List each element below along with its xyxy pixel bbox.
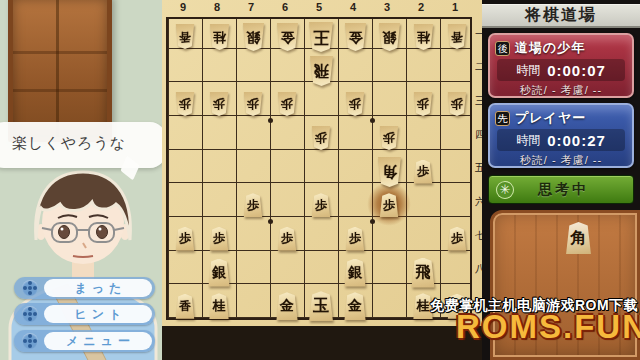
shogi-piece-gote-角[interactable]: 角: [377, 157, 402, 187]
shogi-piece-sente-歩[interactable]: 歩: [447, 227, 467, 251]
shogi-piece-gote-香[interactable]: 香: [447, 24, 467, 49]
gote-clock: 時間 0:00:07: [497, 59, 625, 81]
wooden-door-decoration: [8, 0, 112, 142]
avatar-glasses: [89, 223, 114, 242]
gote-time-value: 0:00:07: [547, 62, 606, 79]
shogi-piece-sente-金[interactable]: 金: [344, 292, 367, 320]
shogi-piece-gote-歩[interactable]: 歩: [413, 92, 433, 116]
spinner-icon: ✳: [496, 181, 514, 199]
speech-bubble: 楽しくやろうな: [0, 122, 162, 168]
sente-byoyomi: 秒読/ - 考慮/ --: [495, 152, 627, 168]
shogi-piece-gote-金[interactable]: 金: [276, 23, 299, 51]
shogi-piece-sente-歩[interactable]: 歩: [345, 227, 365, 251]
shogi-piece-gote-飛[interactable]: 飛: [309, 56, 334, 86]
sente-name: プレイヤー: [515, 109, 586, 127]
shogi-piece-sente-金[interactable]: 金: [276, 292, 299, 320]
file-label: 3: [370, 1, 404, 16]
sente-badge: 先: [495, 111, 510, 126]
sente-clock: 時間 0:00:27: [497, 129, 625, 151]
shogi-piece-gote-銀[interactable]: 銀: [242, 23, 265, 51]
app-title: 将棋道場: [525, 5, 597, 26]
gote-byoyomi: 秒読/ - 考慮/ --: [495, 82, 627, 98]
star-point: [370, 118, 375, 123]
shogi-piece-sente-銀[interactable]: 銀: [344, 259, 367, 287]
shogi-piece-sente-香[interactable]: 香: [175, 294, 195, 319]
gote-badge: 後: [495, 41, 510, 56]
avatar-glasses: [52, 223, 77, 242]
hint-button-label: ヒント: [70, 306, 127, 323]
app-title-bar: 将棋道場: [482, 4, 640, 28]
file-label: 2: [404, 1, 438, 16]
shogi-piece-sente-歩[interactable]: 歩: [277, 227, 297, 251]
speech-bubble-text: 楽しくやろうな: [12, 134, 126, 153]
file-label: 6: [268, 1, 302, 16]
shogi-board[interactable]: 香桂銀金王金銀桂香飛歩歩歩歩歩歩歩歩歩角歩歩歩歩歩歩歩歩歩銀銀飛香桂金玉金桂香: [166, 17, 472, 320]
shogi-piece-gote-歩[interactable]: 歩: [243, 92, 263, 116]
shogi-piece-sente-歩[interactable]: 歩: [243, 193, 263, 217]
star-point: [268, 219, 273, 224]
shogi-piece-sente-飛[interactable]: 飛: [411, 258, 436, 288]
dpad-icon: [22, 333, 38, 349]
shogi-piece-sente-桂[interactable]: 桂: [209, 293, 230, 319]
shogi-game-screen: 楽しくやろうな まった ヒント メニュー 987654321 一二三四五六七八九…: [0, 0, 640, 360]
dpad-icon: [22, 280, 38, 296]
shogi-piece-sente-玉[interactable]: 玉: [308, 291, 334, 321]
thinking-status-bar: ✳ 思考中: [488, 175, 634, 204]
sente-time-value: 0:00:27: [547, 132, 606, 149]
shogi-piece-gote-銀[interactable]: 銀: [378, 23, 401, 51]
shogi-piece-gote-歩[interactable]: 歩: [379, 126, 399, 150]
thinking-status-label: 思考中: [514, 181, 613, 199]
shogi-piece-gote-歩[interactable]: 歩: [175, 92, 195, 116]
dpad-icon: [22, 306, 38, 322]
table-edge: [162, 326, 482, 360]
menu-button-label: メニュー: [61, 333, 135, 350]
sente-time-label: 時間: [516, 132, 540, 149]
shogi-piece-gote-王[interactable]: 王: [308, 22, 334, 52]
gote-player-panel: 後 道場の少年 時間 0:00:07 秒読/ - 考慮/ --: [488, 33, 634, 98]
shogi-piece-gote-金[interactable]: 金: [344, 23, 367, 51]
file-label: 4: [336, 1, 370, 16]
shogi-piece-sente-銀[interactable]: 銀: [208, 259, 231, 287]
shogi-piece-gote-歩[interactable]: 歩: [311, 126, 331, 150]
shogi-piece-sente-歩[interactable]: 歩: [311, 193, 331, 217]
gote-name: 道場の少年: [515, 39, 585, 57]
file-labels: 987654321: [166, 1, 472, 16]
shogi-piece-gote-香[interactable]: 香: [175, 24, 195, 49]
shogi-piece-sente-歩[interactable]: 歩: [209, 227, 229, 251]
file-label: 5: [302, 1, 336, 16]
matta-button[interactable]: まった: [14, 277, 155, 299]
shogi-piece-gote-桂[interactable]: 桂: [413, 24, 434, 50]
file-label: 8: [200, 1, 234, 16]
sente-player-panel: 先 プレイヤー 時間 0:00:27 秒読/ - 考慮/ --: [488, 103, 634, 168]
file-label: 1: [438, 1, 472, 16]
shogi-piece-gote-歩[interactable]: 歩: [209, 92, 229, 116]
file-label: 7: [234, 1, 268, 16]
shogi-piece-gote-桂[interactable]: 桂: [209, 24, 230, 50]
matta-button-label: まった: [70, 280, 127, 297]
shogi-piece-gote-歩[interactable]: 歩: [447, 92, 467, 116]
shogi-piece-sente-歩[interactable]: 歩: [413, 160, 433, 184]
file-label: 9: [166, 1, 200, 16]
star-point: [268, 118, 273, 123]
menu-button[interactable]: メニュー: [14, 330, 155, 352]
hint-button[interactable]: ヒント: [14, 303, 155, 325]
avatar-mouth: [73, 256, 93, 257]
shogi-piece-gote-歩[interactable]: 歩: [277, 92, 297, 116]
shogi-piece-sente-歩[interactable]: 歩: [175, 227, 195, 251]
shogi-piece-gote-歩[interactable]: 歩: [345, 92, 365, 116]
left-sidebar: 楽しくやろうな まった ヒント メニュー: [0, 0, 162, 360]
gote-time-label: 時間: [516, 62, 540, 79]
watermark-site: ROMS.FUN: [456, 308, 640, 346]
